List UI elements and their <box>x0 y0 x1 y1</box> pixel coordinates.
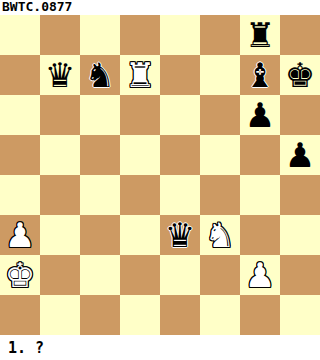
square-d3[interactable] <box>120 215 160 255</box>
square-g4[interactable] <box>240 175 280 215</box>
square-f7[interactable] <box>200 55 240 95</box>
black-queen: ♛ <box>165 215 195 255</box>
puzzle-id: BWTC.0877 <box>0 0 320 15</box>
square-g2[interactable]: ♟ <box>240 255 280 295</box>
black-rook: ♜ <box>245 15 275 55</box>
chess-board: ♜♛♞♜♝♚♟♟♟♛♞♚♟ <box>0 15 320 335</box>
square-c4[interactable] <box>80 175 120 215</box>
square-c2[interactable] <box>80 255 120 295</box>
square-b7[interactable]: ♛ <box>40 55 80 95</box>
square-a5[interactable] <box>0 135 40 175</box>
square-d6[interactable] <box>120 95 160 135</box>
square-f3[interactable]: ♞ <box>200 215 240 255</box>
square-f4[interactable] <box>200 175 240 215</box>
square-b6[interactable] <box>40 95 80 135</box>
square-f6[interactable] <box>200 95 240 135</box>
square-a6[interactable] <box>0 95 40 135</box>
black-pawn: ♟ <box>245 95 275 135</box>
square-c6[interactable] <box>80 95 120 135</box>
square-f5[interactable] <box>200 135 240 175</box>
square-e1[interactable] <box>160 295 200 335</box>
square-f2[interactable] <box>200 255 240 295</box>
square-a1[interactable] <box>0 295 40 335</box>
square-d2[interactable] <box>120 255 160 295</box>
square-a2[interactable]: ♚ <box>0 255 40 295</box>
square-h1[interactable] <box>280 295 320 335</box>
white-knight: ♞ <box>205 215 235 255</box>
square-e2[interactable] <box>160 255 200 295</box>
square-h2[interactable] <box>280 255 320 295</box>
square-g1[interactable] <box>240 295 280 335</box>
square-c8[interactable] <box>80 15 120 55</box>
square-f8[interactable] <box>200 15 240 55</box>
square-h8[interactable] <box>280 15 320 55</box>
white-rook: ♜ <box>125 55 155 95</box>
black-bishop: ♝ <box>245 55 275 95</box>
square-e4[interactable] <box>160 175 200 215</box>
square-h3[interactable] <box>280 215 320 255</box>
square-d1[interactable] <box>120 295 160 335</box>
square-e7[interactable] <box>160 55 200 95</box>
square-h7[interactable]: ♚ <box>280 55 320 95</box>
square-g3[interactable] <box>240 215 280 255</box>
square-b2[interactable] <box>40 255 80 295</box>
square-e5[interactable] <box>160 135 200 175</box>
square-g8[interactable]: ♜ <box>240 15 280 55</box>
square-a8[interactable] <box>0 15 40 55</box>
black-pawn: ♟ <box>285 135 315 175</box>
square-b8[interactable] <box>40 15 80 55</box>
chess-puzzle-page: BWTC.0877 ♜♛♞♜♝♚♟♟♟♛♞♚♟ 1. ? <box>0 0 320 360</box>
white-pawn: ♟ <box>5 215 35 255</box>
square-b1[interactable] <box>40 295 80 335</box>
square-b5[interactable] <box>40 135 80 175</box>
square-g6[interactable]: ♟ <box>240 95 280 135</box>
square-f1[interactable] <box>200 295 240 335</box>
move-prompt: 1. ? <box>0 335 320 360</box>
square-e6[interactable] <box>160 95 200 135</box>
white-pawn: ♟ <box>245 255 275 295</box>
square-b4[interactable] <box>40 175 80 215</box>
white-king: ♚ <box>5 255 35 295</box>
square-c1[interactable] <box>80 295 120 335</box>
square-c3[interactable] <box>80 215 120 255</box>
square-d8[interactable] <box>120 15 160 55</box>
square-e8[interactable] <box>160 15 200 55</box>
square-h4[interactable] <box>280 175 320 215</box>
square-a4[interactable] <box>0 175 40 215</box>
black-queen: ♛ <box>45 55 75 95</box>
square-h5[interactable]: ♟ <box>280 135 320 175</box>
black-king: ♚ <box>285 55 315 95</box>
square-c5[interactable] <box>80 135 120 175</box>
square-a3[interactable]: ♟ <box>0 215 40 255</box>
square-d5[interactable] <box>120 135 160 175</box>
black-knight: ♞ <box>85 55 115 95</box>
square-e3[interactable]: ♛ <box>160 215 200 255</box>
square-b3[interactable] <box>40 215 80 255</box>
square-g5[interactable] <box>240 135 280 175</box>
square-a7[interactable] <box>0 55 40 95</box>
square-d7[interactable]: ♜ <box>120 55 160 95</box>
square-g7[interactable]: ♝ <box>240 55 280 95</box>
square-h6[interactable] <box>280 95 320 135</box>
square-d4[interactable] <box>120 175 160 215</box>
square-c7[interactable]: ♞ <box>80 55 120 95</box>
